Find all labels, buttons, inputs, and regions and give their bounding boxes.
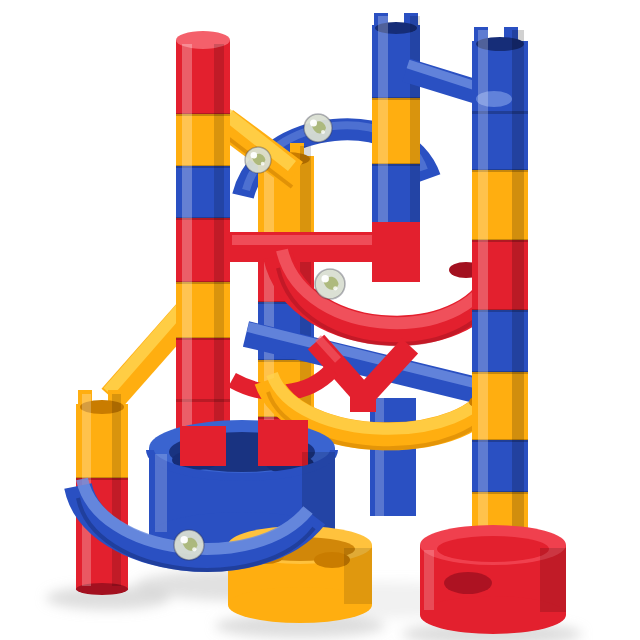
marble-in-yellow-chute (245, 147, 271, 173)
tube-shade (214, 44, 224, 458)
tower-rear-right (372, 13, 420, 222)
tower-right-front (472, 27, 528, 548)
tube-highlight (182, 44, 192, 458)
tube-segment-red (372, 222, 420, 282)
basin-shade (344, 548, 372, 604)
tube-highlight (378, 16, 388, 222)
tower-left-front (176, 31, 230, 462)
basin-recess (437, 536, 549, 562)
basin-dimple (444, 572, 492, 594)
tube-stub-red (258, 420, 308, 466)
marble-on-blue-ring (304, 114, 332, 142)
tube-highlight (375, 398, 384, 516)
basin-shade (540, 548, 566, 612)
marble-run-scene (0, 0, 640, 640)
red-basin-base (420, 525, 566, 634)
tube-shade (512, 30, 524, 545)
marble-on-blue-track (174, 530, 204, 560)
tube-stub-red (180, 426, 226, 466)
tube-shade (112, 394, 121, 586)
tube-shade (410, 16, 420, 222)
marble-run-photo (0, 0, 640, 640)
blue-tube-lower-center (370, 398, 416, 516)
basin-highlight (155, 454, 167, 532)
marble-on-red-ring (315, 269, 345, 299)
tube-highlight (478, 30, 488, 545)
basin-highlight (424, 550, 434, 610)
